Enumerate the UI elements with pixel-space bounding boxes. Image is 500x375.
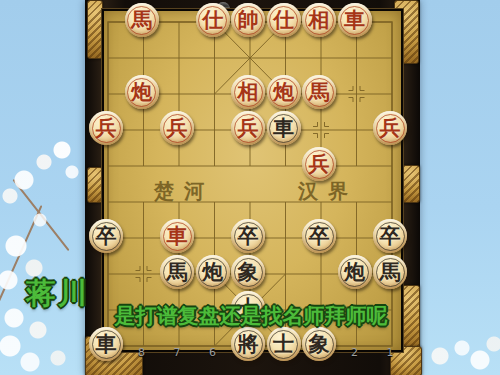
piece-black-卒[interactable]: 卒: [231, 219, 265, 253]
piece-black-士[interactable]: 士: [267, 327, 301, 361]
piece-black-卒[interactable]: 卒: [373, 219, 407, 253]
piece-character: 兵: [309, 153, 330, 174]
piece-character: 象: [309, 333, 330, 354]
piece-black-馬[interactable]: 馬: [160, 255, 194, 289]
piece-red-相[interactable]: 相: [231, 75, 265, 109]
piece-character: 馬: [380, 261, 401, 282]
piece-red-帥[interactable]: 帥: [231, 3, 265, 37]
piece-red-兵[interactable]: 兵: [89, 111, 123, 145]
piece-character: 車: [344, 9, 365, 30]
piece-character: 卒: [309, 225, 330, 246]
piece-character: 車: [273, 117, 294, 138]
piece-character: 卒: [96, 225, 117, 246]
player-name: 蒋川: [26, 274, 90, 314]
piece-character: 車: [96, 333, 117, 354]
piece-character: 炮: [202, 261, 223, 282]
piece-red-兵[interactable]: 兵: [160, 111, 194, 145]
piece-black-車[interactable]: 車: [89, 327, 123, 361]
piece-character: 馬: [309, 81, 330, 102]
piece-red-馬[interactable]: 馬: [125, 3, 159, 37]
piece-character: 炮: [344, 261, 365, 282]
piece-red-仕[interactable]: 仕: [196, 3, 230, 37]
piece-black-卒[interactable]: 卒: [302, 219, 336, 253]
piece-character: 將: [238, 333, 259, 354]
piece-character: 仕: [273, 9, 294, 30]
piece-character: 兵: [96, 117, 117, 138]
piece-character: 兵: [380, 117, 401, 138]
piece-black-將[interactable]: 將: [231, 327, 265, 361]
piece-black-馬[interactable]: 馬: [373, 255, 407, 289]
piece-black-象[interactable]: 象: [231, 255, 265, 289]
piece-black-象[interactable]: 象: [302, 327, 336, 361]
piece-red-車[interactable]: 車: [160, 219, 194, 253]
piece-black-卒[interactable]: 卒: [89, 219, 123, 253]
piece-character: 炮: [131, 81, 152, 102]
piece-character: 卒: [238, 225, 259, 246]
screenshot: 楚河 汉界 987654321 馬仕帥仕相車炮相炮馬兵兵兵車兵兵卒車卒卒卒馬炮象…: [0, 0, 500, 375]
piece-red-炮[interactable]: 炮: [125, 75, 159, 109]
subtitle-text: 是打谱复盘还是找名师拜师呢: [85, 302, 417, 330]
piece-red-兵[interactable]: 兵: [302, 147, 336, 181]
piece-character: 兵: [238, 117, 259, 138]
piece-character: 馬: [167, 261, 188, 282]
piece-red-仕[interactable]: 仕: [267, 3, 301, 37]
piece-character: 帥: [238, 9, 259, 30]
piece-black-炮[interactable]: 炮: [338, 255, 372, 289]
piece-character: 兵: [167, 117, 188, 138]
piece-character: 仕: [202, 9, 223, 30]
piece-red-車[interactable]: 車: [338, 3, 372, 37]
piece-red-馬[interactable]: 馬: [302, 75, 336, 109]
piece-character: 卒: [380, 225, 401, 246]
piece-black-炮[interactable]: 炮: [196, 255, 230, 289]
piece-character: 相: [309, 9, 330, 30]
piece-black-車[interactable]: 車: [267, 111, 301, 145]
piece-character: 士: [273, 333, 294, 354]
piece-red-相[interactable]: 相: [302, 3, 336, 37]
piece-red-兵[interactable]: 兵: [231, 111, 265, 145]
piece-character: 相: [238, 81, 259, 102]
piece-red-兵[interactable]: 兵: [373, 111, 407, 145]
piece-character: 車: [167, 225, 188, 246]
piece-character: 象: [238, 261, 259, 282]
piece-character: 炮: [273, 81, 294, 102]
piece-character: 馬: [131, 9, 152, 30]
piece-red-炮[interactable]: 炮: [267, 75, 301, 109]
